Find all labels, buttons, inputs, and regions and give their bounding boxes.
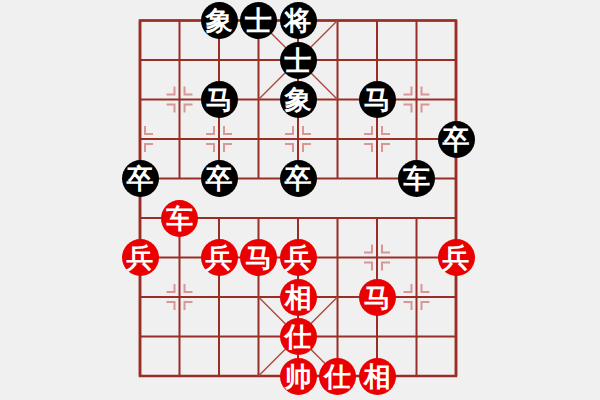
black-chariot[interactable]: 车	[398, 160, 435, 197]
red-advisor[interactable]: 仕	[319, 358, 356, 395]
red-soldier[interactable]: 兵	[201, 239, 238, 276]
red-chariot[interactable]: 车	[161, 200, 198, 237]
black-soldier[interactable]: 卒	[438, 121, 475, 158]
red-elephant[interactable]: 相	[359, 358, 396, 395]
black-elephant[interactable]: 象	[280, 81, 317, 118]
black-horse[interactable]: 马	[359, 81, 396, 118]
red-soldier[interactable]: 兵	[280, 239, 317, 276]
black-soldier[interactable]: 卒	[280, 160, 317, 197]
red-horse[interactable]: 马	[359, 279, 396, 316]
red-horse[interactable]: 马	[240, 239, 277, 276]
black-soldier[interactable]: 卒	[122, 160, 159, 197]
black-horse[interactable]: 马	[201, 81, 238, 118]
red-advisor[interactable]: 仕	[280, 318, 317, 355]
black-elephant[interactable]: 象	[201, 2, 238, 39]
black-advisor[interactable]: 士	[240, 2, 277, 39]
black-soldier[interactable]: 卒	[201, 160, 238, 197]
red-elephant[interactable]: 相	[280, 279, 317, 316]
black-advisor[interactable]: 士	[280, 42, 317, 79]
xiangqi-app-window: 象士将士马象马卒卒卒卒车车兵兵马兵兵相马仕帅仕相	[0, 0, 600, 400]
red-soldier[interactable]: 兵	[438, 239, 475, 276]
red-soldier[interactable]: 兵	[122, 239, 159, 276]
red-king[interactable]: 帅	[280, 358, 317, 395]
black-general[interactable]: 将	[280, 2, 317, 39]
